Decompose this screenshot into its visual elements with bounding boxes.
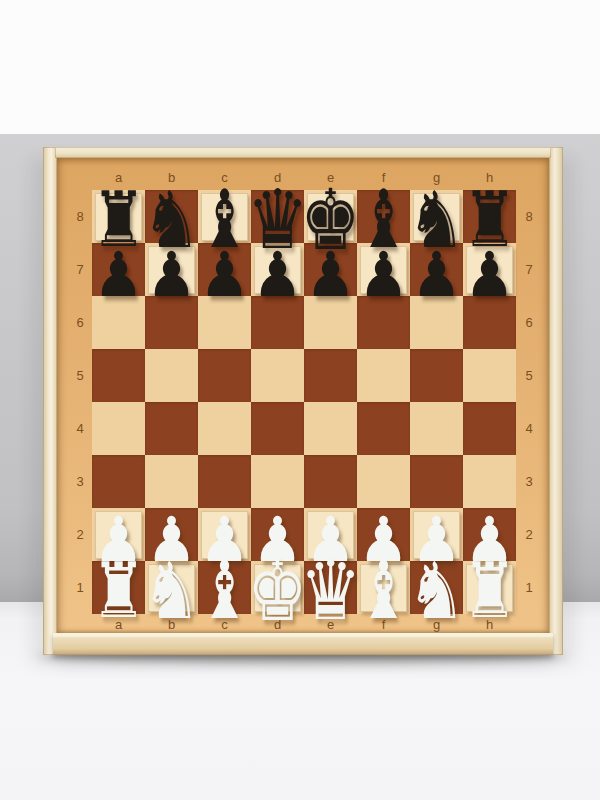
square-a3[interactable] bbox=[92, 455, 145, 508]
white-knight-b1[interactable]: ♞ bbox=[149, 564, 194, 617]
square-a7[interactable]: ♟ bbox=[92, 243, 145, 296]
square-h3[interactable] bbox=[463, 455, 516, 508]
square-a4[interactable] bbox=[92, 402, 145, 455]
white-king-d1[interactable]: ♚ bbox=[256, 564, 298, 617]
square-g7[interactable]: ♟ bbox=[410, 243, 463, 296]
square-b4[interactable] bbox=[145, 402, 198, 455]
square-c4[interactable] bbox=[198, 402, 251, 455]
rank-label-right-2: 2 bbox=[514, 508, 544, 561]
rank-label-left-5: 5 bbox=[65, 349, 95, 402]
black-pawn-b7[interactable]: ♟ bbox=[148, 248, 196, 301]
square-g8[interactable]: ♞ bbox=[410, 190, 463, 243]
square-e7[interactable]: ♟ bbox=[304, 243, 357, 296]
square-a8[interactable]: ♜ bbox=[92, 190, 145, 243]
square-g1[interactable]: ♞ bbox=[410, 561, 463, 614]
white-rook-h1[interactable]: ♜ bbox=[468, 564, 510, 617]
square-g5[interactable] bbox=[410, 349, 463, 402]
square-g3[interactable] bbox=[410, 455, 463, 508]
square-b5[interactable] bbox=[145, 349, 198, 402]
background-top bbox=[0, 0, 600, 134]
square-f5[interactable] bbox=[357, 349, 410, 402]
white-rook-a1[interactable]: ♜ bbox=[97, 564, 139, 617]
white-queen-e1[interactable]: ♛ bbox=[308, 564, 353, 617]
square-h8[interactable]: ♜ bbox=[463, 190, 516, 243]
square-f3[interactable] bbox=[357, 455, 410, 508]
square-e3[interactable] bbox=[304, 455, 357, 508]
white-bishop-f1[interactable]: ♝ bbox=[364, 564, 402, 617]
square-a5[interactable] bbox=[92, 349, 145, 402]
square-c1[interactable]: ♝ bbox=[198, 561, 251, 614]
rank-label-right-7: 7 bbox=[514, 243, 544, 296]
square-f4[interactable] bbox=[357, 402, 410, 455]
square-h1[interactable]: ♜ bbox=[463, 561, 516, 614]
rank-label-right-6: 6 bbox=[514, 296, 544, 349]
rank-label-right-3: 3 bbox=[514, 455, 544, 508]
square-d4[interactable] bbox=[251, 402, 304, 455]
square-g4[interactable] bbox=[410, 402, 463, 455]
square-d1[interactable]: ♚ bbox=[251, 561, 304, 614]
board-grid: ♜♞♝♛♚♝♞♜♟♟♟♟♟♟♟♟♟♟♟♟♟♟♟♟♜♞♝♚♛♝♞♜ bbox=[92, 190, 516, 614]
square-e1[interactable]: ♛ bbox=[304, 561, 357, 614]
photo-scene: abcdefgh abcdefgh 87654321 87654321 ♜♞♝♛… bbox=[0, 0, 600, 800]
black-pawn-h7[interactable]: ♟ bbox=[466, 248, 514, 301]
frame-rail-top bbox=[55, 147, 551, 158]
square-c7[interactable]: ♟ bbox=[198, 243, 251, 296]
white-knight-g1[interactable]: ♞ bbox=[414, 564, 459, 617]
square-b7[interactable]: ♟ bbox=[145, 243, 198, 296]
demonstration-chess-board: abcdefgh abcdefgh 87654321 87654321 ♜♞♝♛… bbox=[43, 147, 563, 655]
rank-label-right-1: 1 bbox=[514, 561, 544, 614]
square-c3[interactable] bbox=[198, 455, 251, 508]
square-c5[interactable] bbox=[198, 349, 251, 402]
rank-label-left-4: 4 bbox=[65, 402, 95, 455]
square-h5[interactable] bbox=[463, 349, 516, 402]
square-e4[interactable] bbox=[304, 402, 357, 455]
rank-label-right-5: 5 bbox=[514, 349, 544, 402]
black-pawn-c7[interactable]: ♟ bbox=[201, 248, 249, 301]
rank-label-left-3: 3 bbox=[65, 455, 95, 508]
square-b8[interactable]: ♞ bbox=[145, 190, 198, 243]
square-b1[interactable]: ♞ bbox=[145, 561, 198, 614]
black-pawn-f7[interactable]: ♟ bbox=[360, 248, 408, 301]
square-f8[interactable]: ♝ bbox=[357, 190, 410, 243]
square-e5[interactable] bbox=[304, 349, 357, 402]
square-h7[interactable]: ♟ bbox=[463, 243, 516, 296]
rank-label-left-6: 6 bbox=[65, 296, 95, 349]
square-b3[interactable] bbox=[145, 455, 198, 508]
black-pawn-g7[interactable]: ♟ bbox=[413, 248, 461, 301]
board-face: abcdefgh abcdefgh 87654321 87654321 ♜♞♝♛… bbox=[57, 158, 549, 633]
rank-labels-right: 87654321 bbox=[514, 190, 544, 614]
square-d5[interactable] bbox=[251, 349, 304, 402]
square-h4[interactable] bbox=[463, 402, 516, 455]
white-bishop-c1[interactable]: ♝ bbox=[205, 564, 243, 617]
square-d3[interactable] bbox=[251, 455, 304, 508]
black-pawn-e7[interactable]: ♟ bbox=[307, 248, 355, 301]
frame-rail-right bbox=[549, 147, 563, 655]
square-f1[interactable]: ♝ bbox=[357, 561, 410, 614]
square-c8[interactable]: ♝ bbox=[198, 190, 251, 243]
black-pawn-a7[interactable]: ♟ bbox=[95, 248, 143, 301]
square-f7[interactable]: ♟ bbox=[357, 243, 410, 296]
frame-rail-left bbox=[43, 147, 57, 655]
square-d7[interactable]: ♟ bbox=[251, 243, 304, 296]
square-e8[interactable]: ♚ bbox=[304, 190, 357, 243]
rank-label-right-4: 4 bbox=[514, 402, 544, 455]
black-pawn-d7[interactable]: ♟ bbox=[254, 248, 302, 301]
square-d8[interactable]: ♛ bbox=[251, 190, 304, 243]
rank-label-right-8: 8 bbox=[514, 190, 544, 243]
square-a1[interactable]: ♜ bbox=[92, 561, 145, 614]
